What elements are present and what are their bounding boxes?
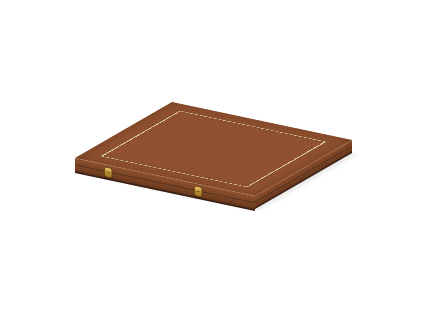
brass-clasp-left-icon <box>104 166 112 179</box>
brass-clasp-right-icon <box>194 185 202 198</box>
chess-set-photo <box>0 0 423 318</box>
